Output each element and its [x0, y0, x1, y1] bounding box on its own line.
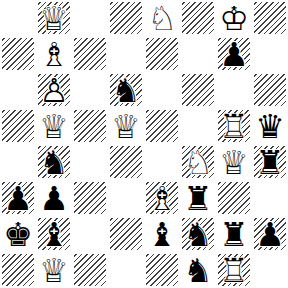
chess-board: ♛♕♞♘♚♔♝♗♟♟♙♞♛♕♛♕♜♖♛♞♞♘♛♕♜♟♟♝♗♜♚♝♝♞♜♟♛♕♞♜… [0, 0, 288, 288]
piece-bN: ♞ [180, 216, 216, 252]
square-d6[interactable]: ♞ [108, 72, 144, 108]
piece-wR: ♖ [216, 252, 252, 288]
piece-bR: ♜ [180, 180, 216, 216]
square-b4[interactable]: ♞ [36, 144, 72, 180]
square-e5[interactable] [144, 108, 180, 144]
piece-bR: ♜ [252, 144, 288, 180]
piece-bP: ♟ [252, 216, 288, 252]
square-f7[interactable] [180, 36, 216, 72]
piece-wQ: ♕ [216, 144, 252, 180]
square-f3[interactable]: ♜ [180, 180, 216, 216]
square-d1[interactable] [108, 252, 144, 288]
square-c7[interactable] [72, 36, 108, 72]
piece-wN: ♘ [144, 0, 180, 36]
square-b1[interactable]: ♛♕ [36, 252, 72, 288]
square-f6[interactable] [180, 72, 216, 108]
piece-wQ: ♕ [108, 108, 144, 144]
square-e6[interactable] [144, 72, 180, 108]
square-c2[interactable] [72, 216, 108, 252]
square-a7[interactable] [0, 36, 36, 72]
square-b6[interactable]: ♟♙ [36, 72, 72, 108]
square-b5[interactable]: ♛♕ [36, 108, 72, 144]
square-g2[interactable]: ♜ [216, 216, 252, 252]
square-h5[interactable]: ♛ [252, 108, 288, 144]
square-d8[interactable] [108, 0, 144, 36]
square-h7[interactable] [252, 36, 288, 72]
square-g4[interactable]: ♛♕ [216, 144, 252, 180]
piece-bK: ♚ [0, 216, 36, 252]
square-d7[interactable] [108, 36, 144, 72]
square-e2[interactable]: ♝ [144, 216, 180, 252]
square-b2[interactable]: ♝ [36, 216, 72, 252]
square-g1[interactable]: ♜♖ [216, 252, 252, 288]
square-f2[interactable]: ♞ [180, 216, 216, 252]
square-a3[interactable]: ♟ [0, 180, 36, 216]
square-d2[interactable] [108, 216, 144, 252]
piece-bP: ♟ [36, 180, 72, 216]
square-h3[interactable] [252, 180, 288, 216]
square-e7[interactable] [144, 36, 180, 72]
piece-bP: ♟ [216, 36, 252, 72]
piece-wQ: ♕ [36, 252, 72, 288]
square-h1[interactable] [252, 252, 288, 288]
square-c3[interactable] [72, 180, 108, 216]
piece-bQ: ♛ [252, 108, 288, 144]
piece-bN: ♞ [108, 72, 144, 108]
square-h8[interactable] [252, 0, 288, 36]
square-a5[interactable] [0, 108, 36, 144]
square-h2[interactable]: ♟ [252, 216, 288, 252]
square-a2[interactable]: ♚ [0, 216, 36, 252]
piece-wQ: ♕ [36, 108, 72, 144]
square-d3[interactable] [108, 180, 144, 216]
piece-bB: ♝ [36, 216, 72, 252]
square-d5[interactable]: ♛♕ [108, 108, 144, 144]
square-b8[interactable]: ♛♕ [36, 0, 72, 36]
square-c6[interactable] [72, 72, 108, 108]
square-g6[interactable] [216, 72, 252, 108]
square-c5[interactable] [72, 108, 108, 144]
piece-bP: ♟ [0, 180, 36, 216]
square-d4[interactable] [108, 144, 144, 180]
square-a4[interactable] [0, 144, 36, 180]
piece-bN: ♞ [180, 252, 216, 288]
square-f8[interactable] [180, 0, 216, 36]
square-a6[interactable] [0, 72, 36, 108]
square-h6[interactable] [252, 72, 288, 108]
square-e4[interactable] [144, 144, 180, 180]
square-f1[interactable]: ♞ [180, 252, 216, 288]
square-g5[interactable]: ♜♖ [216, 108, 252, 144]
square-c1[interactable] [72, 252, 108, 288]
square-e1[interactable] [144, 252, 180, 288]
square-e3[interactable]: ♝♗ [144, 180, 180, 216]
square-h4[interactable]: ♜ [252, 144, 288, 180]
piece-wB: ♗ [36, 36, 72, 72]
square-g8[interactable]: ♚♔ [216, 0, 252, 36]
square-a1[interactable] [0, 252, 36, 288]
square-g7[interactable]: ♟ [216, 36, 252, 72]
piece-wP: ♙ [36, 72, 72, 108]
piece-wQ: ♕ [36, 0, 72, 36]
piece-wK: ♔ [216, 0, 252, 36]
square-e8[interactable]: ♞♘ [144, 0, 180, 36]
square-b3[interactable]: ♟ [36, 180, 72, 216]
piece-bR: ♜ [216, 216, 252, 252]
square-f4[interactable]: ♞♘ [180, 144, 216, 180]
piece-wN: ♘ [180, 144, 216, 180]
piece-wB: ♗ [144, 180, 180, 216]
square-b7[interactable]: ♝♗ [36, 36, 72, 72]
piece-wR: ♖ [216, 108, 252, 144]
square-c4[interactable] [72, 144, 108, 180]
piece-bB: ♝ [144, 216, 180, 252]
square-a8[interactable] [0, 0, 36, 36]
piece-bN: ♞ [36, 144, 72, 180]
square-f5[interactable] [180, 108, 216, 144]
square-c8[interactable] [72, 0, 108, 36]
square-g3[interactable] [216, 180, 252, 216]
